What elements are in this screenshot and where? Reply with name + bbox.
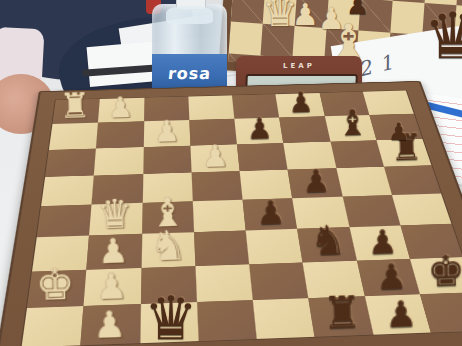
board-square	[45, 148, 96, 177]
board-square: ♟	[288, 168, 342, 198]
board-square: ♟	[143, 120, 190, 147]
board-square: ♟	[81, 304, 141, 345]
board-square	[249, 262, 309, 300]
black-bishop-icon: ♝	[329, 104, 376, 141]
black-queen-icon: ♛	[424, 4, 462, 68]
black-king-icon: ♚	[418, 249, 462, 293]
board-square	[197, 300, 257, 341]
board-square	[392, 194, 452, 226]
board-square	[192, 200, 245, 233]
board-square	[384, 165, 441, 195]
tournament-photo: ♛ ♟ ♟ ♟ 21 ♝ ♛ ♟ rosa LEAP 1:31 50 : 1:3…	[0, 0, 462, 346]
board-square: ♞	[141, 232, 195, 267]
board-square	[246, 229, 303, 264]
black-pawn-icon: ♟	[363, 258, 419, 295]
board-square	[279, 116, 329, 142]
white-queen-icon: ♛	[88, 193, 141, 234]
white-pawn-icon: ♟	[98, 93, 144, 123]
captured-black-pawn-icon: ♟	[388, 120, 410, 144]
board-square	[253, 298, 315, 339]
board-square: ♟	[349, 226, 410, 261]
board-square	[237, 143, 288, 171]
board-square: ♝	[324, 115, 376, 141]
board-square: ♟	[243, 198, 298, 230]
bottle-label-text: rosa	[167, 64, 212, 83]
board-square	[191, 171, 242, 201]
board-square: ♟	[87, 234, 142, 269]
board-square	[188, 95, 234, 120]
board-square: ♚	[27, 269, 87, 307]
white-pawn-icon: ♟	[143, 116, 191, 147]
board-square: ♟	[84, 268, 141, 306]
board-square	[194, 231, 249, 266]
board-square: ♟	[190, 144, 239, 172]
white-pawn-icon: ♟	[80, 305, 140, 344]
bottle-neck	[166, 6, 213, 24]
board-square	[37, 204, 92, 237]
board-square	[49, 123, 98, 150]
white-king-icon: ♚	[26, 262, 84, 307]
board-square: ♜	[309, 296, 373, 337]
board-square: ♜	[52, 99, 100, 124]
white-pawn-icon: ♟	[190, 140, 239, 172]
board-square	[94, 147, 143, 176]
white-pawn-icon: ♟	[86, 233, 141, 269]
black-pawn-icon: ♟	[291, 165, 341, 198]
white-pawn-icon: ♟	[83, 268, 140, 305]
clock-brand: LEAP	[236, 62, 362, 70]
board-square	[143, 145, 192, 173]
black-rook-icon: ♜	[313, 289, 372, 335]
board-square	[22, 306, 84, 346]
white-pawn-icon: ♟	[292, 0, 319, 30]
board-square	[336, 167, 392, 197]
black-knight-icon: ♞	[301, 219, 355, 262]
board-square	[195, 264, 253, 302]
board-square: ♞	[297, 227, 356, 262]
white-knight-icon: ♞	[140, 224, 195, 267]
black-pawn-icon: ♟	[278, 88, 324, 117]
board-square: ♟	[276, 93, 325, 118]
black-pawn-icon: ♟	[371, 295, 429, 333]
board-square	[41, 175, 94, 206]
black-pawn-icon: ♟	[245, 196, 297, 230]
captured-black-queen-icon: ♛	[144, 288, 198, 346]
board-square: ♟	[98, 98, 144, 123]
main-board-area: ♜♟♟♟♟♝♟♜♟♛♝♟♟♞♞♟♚♟♟♚♟♜♟	[40, 86, 422, 346]
white-rook-icon: ♜	[52, 88, 99, 124]
black-pawn-icon: ♟	[355, 224, 409, 259]
board-square: ♟	[234, 118, 283, 144]
black-pawn-icon: ♟	[236, 113, 283, 143]
board-square	[96, 122, 144, 149]
board-square: ♟	[364, 294, 430, 335]
